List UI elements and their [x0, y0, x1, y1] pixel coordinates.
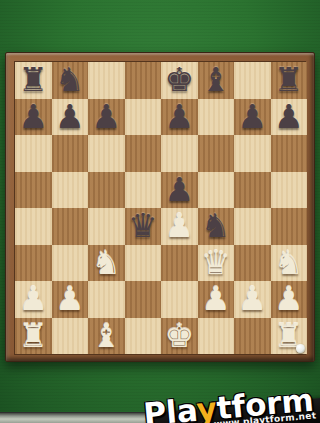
square-g1[interactable]	[234, 318, 271, 355]
square-e8[interactable]: ♚	[161, 62, 198, 99]
black-pawn[interactable]: ♟	[18, 99, 48, 135]
square-b1[interactable]	[52, 318, 89, 355]
square-b4[interactable]	[52, 208, 89, 245]
square-b3[interactable]	[52, 245, 89, 282]
chess-board: ♜♞♚♝♜♟♟♟♟♟♟♟♛♟♞♞♛♞♟♟♟♟♟♜♝♚♜	[15, 62, 305, 354]
square-a8[interactable]: ♜	[15, 62, 52, 99]
square-a1[interactable]: ♜	[15, 318, 52, 355]
square-h2[interactable]: ♟	[271, 281, 308, 318]
white-pawn[interactable]: ♟	[164, 208, 194, 244]
black-rook[interactable]: ♜	[274, 62, 304, 98]
square-g5[interactable]	[234, 172, 271, 209]
square-a7[interactable]: ♟	[15, 99, 52, 136]
black-pawn[interactable]: ♟	[164, 172, 194, 208]
black-king[interactable]: ♚	[164, 62, 194, 98]
square-h7[interactable]: ♟	[271, 99, 308, 136]
square-d2[interactable]	[125, 281, 162, 318]
white-knight[interactable]: ♞	[91, 245, 121, 281]
square-a3[interactable]	[15, 245, 52, 282]
square-b2[interactable]: ♟	[52, 281, 89, 318]
square-f1[interactable]	[198, 318, 235, 355]
square-f6[interactable]	[198, 135, 235, 172]
black-knight[interactable]: ♞	[201, 208, 231, 244]
white-pawn[interactable]: ♟	[201, 281, 231, 317]
square-b7[interactable]: ♟	[52, 99, 89, 136]
square-e6[interactable]	[161, 135, 198, 172]
square-e5[interactable]: ♟	[161, 172, 198, 209]
square-a2[interactable]: ♟	[15, 281, 52, 318]
square-d8[interactable]	[125, 62, 162, 99]
square-c3[interactable]: ♞	[88, 245, 125, 282]
square-e7[interactable]: ♟	[161, 99, 198, 136]
square-e1[interactable]: ♚	[161, 318, 198, 355]
chess-board-frame: ♜♞♚♝♜♟♟♟♟♟♟♟♛♟♞♞♛♞♟♟♟♟♟♜♝♚♜	[5, 52, 315, 362]
square-e3[interactable]	[161, 245, 198, 282]
square-g6[interactable]	[234, 135, 271, 172]
square-d5[interactable]	[125, 172, 162, 209]
square-f7[interactable]	[198, 99, 235, 136]
white-pawn[interactable]: ♟	[55, 281, 85, 317]
black-bishop[interactable]: ♝	[201, 62, 231, 98]
black-queen[interactable]: ♛	[128, 208, 158, 244]
square-e2[interactable]	[161, 281, 198, 318]
square-g4[interactable]	[234, 208, 271, 245]
white-bishop[interactable]: ♝	[91, 318, 121, 354]
white-knight[interactable]: ♞	[274, 245, 304, 281]
square-b5[interactable]	[52, 172, 89, 209]
square-d3[interactable]	[125, 245, 162, 282]
square-c4[interactable]	[88, 208, 125, 245]
square-a4[interactable]	[15, 208, 52, 245]
corner-dot	[296, 344, 305, 353]
square-h6[interactable]	[271, 135, 308, 172]
square-h3[interactable]: ♞	[271, 245, 308, 282]
square-g7[interactable]: ♟	[234, 99, 271, 136]
black-pawn[interactable]: ♟	[55, 99, 85, 135]
square-g3[interactable]	[234, 245, 271, 282]
square-a6[interactable]	[15, 135, 52, 172]
square-d4[interactable]: ♛	[125, 208, 162, 245]
playtform-watermark: Playtform www.playtform.net	[137, 373, 320, 423]
black-pawn[interactable]: ♟	[91, 99, 121, 135]
black-pawn[interactable]: ♟	[237, 99, 267, 135]
square-g2[interactable]: ♟	[234, 281, 271, 318]
square-c5[interactable]	[88, 172, 125, 209]
white-pawn[interactable]: ♟	[237, 281, 267, 317]
square-h4[interactable]	[271, 208, 308, 245]
white-pawn[interactable]: ♟	[274, 281, 304, 317]
square-d7[interactable]	[125, 99, 162, 136]
square-g8[interactable]	[234, 62, 271, 99]
square-b6[interactable]	[52, 135, 89, 172]
square-h8[interactable]: ♜	[271, 62, 308, 99]
white-rook[interactable]: ♜	[18, 318, 48, 354]
square-a5[interactable]	[15, 172, 52, 209]
square-e4[interactable]: ♟	[161, 208, 198, 245]
square-b8[interactable]: ♞	[52, 62, 89, 99]
square-f2[interactable]: ♟	[198, 281, 235, 318]
square-f5[interactable]	[198, 172, 235, 209]
square-f4[interactable]: ♞	[198, 208, 235, 245]
square-c6[interactable]	[88, 135, 125, 172]
square-h5[interactable]	[271, 172, 308, 209]
white-queen[interactable]: ♛	[201, 245, 231, 281]
black-rook[interactable]: ♜	[18, 62, 48, 98]
square-d1[interactable]	[125, 318, 162, 355]
white-pawn[interactable]: ♟	[18, 281, 48, 317]
square-c1[interactable]: ♝	[88, 318, 125, 355]
black-knight[interactable]: ♞	[55, 62, 85, 98]
square-c7[interactable]: ♟	[88, 99, 125, 136]
square-c8[interactable]	[88, 62, 125, 99]
black-pawn[interactable]: ♟	[274, 99, 304, 135]
black-pawn[interactable]: ♟	[164, 99, 194, 135]
square-f3[interactable]: ♛	[198, 245, 235, 282]
white-king[interactable]: ♚	[164, 318, 194, 354]
square-d6[interactable]	[125, 135, 162, 172]
chess-app-screen: { "game": "chess", "position": { "fen": …	[0, 0, 320, 423]
square-c2[interactable]	[88, 281, 125, 318]
square-f8[interactable]: ♝	[198, 62, 235, 99]
logo-prefix: Pla	[142, 392, 198, 423]
